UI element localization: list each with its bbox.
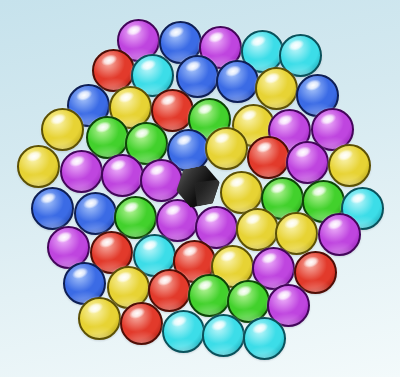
- bubble-yellow[interactable]: [205, 127, 248, 170]
- bubble-yellow[interactable]: [236, 208, 279, 251]
- bubble-yellow[interactable]: [255, 67, 298, 110]
- bubble-purple[interactable]: [60, 150, 103, 193]
- bubble-purple[interactable]: [318, 213, 361, 256]
- bubble-red[interactable]: [247, 136, 290, 179]
- bubble-cyan[interactable]: [162, 310, 205, 353]
- bubble-red[interactable]: [120, 302, 163, 345]
- bubble-board[interactable]: [0, 0, 400, 377]
- bubble-yellow[interactable]: [78, 297, 121, 340]
- bubble-purple[interactable]: [140, 159, 183, 202]
- bubble-yellow[interactable]: [328, 144, 371, 187]
- bubble-green[interactable]: [188, 274, 231, 317]
- bubble-blue[interactable]: [216, 60, 259, 103]
- bubble-cyan[interactable]: [243, 317, 286, 360]
- bubble-yellow[interactable]: [41, 108, 84, 151]
- bubble-cyan[interactable]: [202, 314, 245, 357]
- bubble-red[interactable]: [92, 49, 135, 92]
- bubble-blue[interactable]: [31, 187, 74, 230]
- game-stage: [0, 0, 400, 377]
- bubble-yellow[interactable]: [17, 145, 60, 188]
- bubble-purple[interactable]: [286, 141, 329, 184]
- bubble-blue[interactable]: [74, 192, 117, 235]
- bubble-purple[interactable]: [101, 154, 144, 197]
